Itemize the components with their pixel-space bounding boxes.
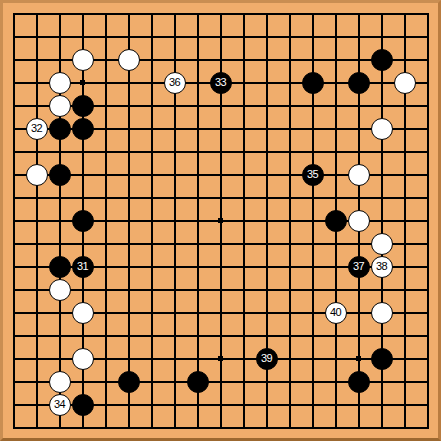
black-stone (118, 371, 140, 393)
black-stone (325, 210, 347, 232)
move-number: 36 (169, 77, 180, 88)
black-stone: 37 (348, 256, 370, 278)
black-stone (72, 118, 94, 140)
stone-white (347, 163, 370, 186)
stone-white (48, 71, 71, 94)
stone-black-move-39: 39 (255, 347, 278, 370)
white-stone: 38 (371, 256, 393, 278)
white-stone (72, 302, 94, 324)
star-point (209, 209, 232, 232)
stone-white (48, 370, 71, 393)
white-stone (72, 348, 94, 370)
star-point-dot (218, 356, 223, 361)
black-stone: 35 (302, 164, 324, 186)
white-stone (371, 302, 393, 324)
stone-white (71, 347, 94, 370)
star-point-dot (218, 218, 223, 223)
stone-black (71, 117, 94, 140)
white-stone (49, 279, 71, 301)
stone-white (370, 117, 393, 140)
stone-black (117, 370, 140, 393)
black-stone: 33 (210, 72, 232, 94)
black-stone (348, 72, 370, 94)
board-grid: 36333235313738403934 (2, 2, 439, 439)
stone-white-move-40: 40 (324, 301, 347, 324)
star-point (347, 347, 370, 370)
black-stone (49, 164, 71, 186)
black-stone: 31 (72, 256, 94, 278)
stone-black (347, 71, 370, 94)
stone-black (347, 370, 370, 393)
black-stone: 39 (256, 348, 278, 370)
stone-black (71, 393, 94, 416)
white-stone (371, 118, 393, 140)
black-stone (371, 49, 393, 71)
stone-white (48, 278, 71, 301)
star-point (209, 347, 232, 370)
stone-black-move-31: 31 (71, 255, 94, 278)
stone-black (370, 48, 393, 71)
black-stone (49, 118, 71, 140)
stone-black (71, 94, 94, 117)
stone-white (117, 48, 140, 71)
stone-white-move-38: 38 (370, 255, 393, 278)
black-stone (49, 256, 71, 278)
move-number: 35 (307, 169, 318, 180)
black-stone (187, 371, 209, 393)
stone-white-move-32: 32 (25, 117, 48, 140)
white-stone (26, 164, 48, 186)
white-stone (49, 371, 71, 393)
black-stone (72, 210, 94, 232)
move-number: 33 (215, 77, 226, 88)
stone-white (25, 163, 48, 186)
white-stone: 32 (26, 118, 48, 140)
white-stone: 34 (49, 394, 71, 416)
go-board: 36333235313738403934 (0, 0, 441, 441)
white-stone (72, 49, 94, 71)
stone-white (71, 301, 94, 324)
stone-black-move-33: 33 (209, 71, 232, 94)
move-number: 37 (353, 261, 364, 272)
stone-white (48, 94, 71, 117)
stone-black (301, 71, 324, 94)
move-number: 38 (376, 261, 387, 272)
stone-white (370, 301, 393, 324)
black-stone (72, 394, 94, 416)
white-stone (118, 49, 140, 71)
stone-black (48, 163, 71, 186)
stone-black (186, 370, 209, 393)
stone-white (393, 71, 416, 94)
stone-white-move-36: 36 (163, 71, 186, 94)
white-stone (394, 72, 416, 94)
star-point-dot (356, 356, 361, 361)
white-stone (49, 72, 71, 94)
stone-black (370, 347, 393, 370)
stone-black (71, 209, 94, 232)
stone-white (347, 209, 370, 232)
stone-white (71, 48, 94, 71)
black-stone (72, 95, 94, 117)
stone-black-move-35: 35 (301, 163, 324, 186)
move-number: 39 (261, 353, 272, 364)
white-stone: 40 (325, 302, 347, 324)
move-number: 40 (330, 307, 341, 318)
white-stone (371, 233, 393, 255)
move-number: 34 (54, 399, 65, 410)
stone-black (324, 209, 347, 232)
stone-white-move-34: 34 (48, 393, 71, 416)
star-point (71, 71, 94, 94)
stone-black (48, 255, 71, 278)
white-stone (348, 210, 370, 232)
move-number: 31 (77, 261, 88, 272)
stone-black (48, 117, 71, 140)
move-number: 32 (31, 123, 42, 134)
stone-white (370, 232, 393, 255)
black-stone (371, 348, 393, 370)
white-stone (49, 95, 71, 117)
black-stone (302, 72, 324, 94)
black-stone (348, 371, 370, 393)
white-stone: 36 (164, 72, 186, 94)
star-point-dot (80, 80, 85, 85)
white-stone (348, 164, 370, 186)
stone-black-move-37: 37 (347, 255, 370, 278)
